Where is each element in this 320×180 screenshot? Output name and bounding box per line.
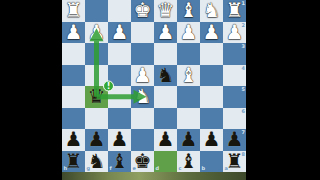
square-c3[interactable] (177, 43, 200, 65)
piece-black-king-e8[interactable]: ♚ (131, 151, 154, 173)
square-b5[interactable] (200, 86, 223, 108)
square-e7[interactable] (131, 129, 154, 151)
piece-black-bishop-f8[interactable]: ♝ (108, 151, 131, 173)
square-f6[interactable] (108, 108, 131, 130)
piece-white-rook-h1[interactable]: ♜ (62, 0, 85, 22)
square-d5[interactable] (154, 86, 177, 108)
square-e3[interactable] (131, 43, 154, 65)
square-f4[interactable] (108, 65, 131, 87)
square-f3[interactable] (108, 43, 131, 65)
square-g1[interactable] (85, 0, 108, 22)
piece-black-knight-d4[interactable]: ♞ (154, 65, 177, 87)
square-h5[interactable] (62, 86, 85, 108)
file-label-d: d (156, 166, 160, 171)
background-scenery (62, 172, 246, 180)
square-f5[interactable] (108, 86, 131, 108)
letterbox-left (0, 0, 62, 180)
square-e6[interactable] (131, 108, 154, 130)
rank-label-3: 3 (242, 44, 245, 49)
square-a4[interactable]: 4 (223, 65, 246, 87)
square-g6[interactable] (85, 108, 108, 130)
square-b8[interactable]: b (200, 151, 223, 173)
square-e2[interactable] (131, 22, 154, 44)
square-g3[interactable] (85, 43, 108, 65)
piece-white-pawn-h2[interactable]: ♟ (62, 22, 85, 44)
piece-white-bishop-c4[interactable]: ♝ (177, 65, 200, 87)
rank-label-6: 6 (242, 109, 245, 114)
piece-white-knight-e5[interactable]: ♞ (131, 86, 154, 108)
board-area: 1234567hgfedcb8a♜♚♛♝♞♜♟♟♟♟♟♟♟♟♝♞♛♞♟♟♟♟♟♟… (62, 0, 246, 172)
file-label-b: b (202, 166, 206, 171)
piece-black-pawn-f7[interactable]: ♟ (108, 129, 131, 151)
piece-white-queen-d1[interactable]: ♛ (154, 0, 177, 22)
piece-black-pawn-c7[interactable]: ♟ (177, 129, 200, 151)
piece-white-pawn-g2[interactable]: ♟ (85, 22, 108, 44)
piece-black-knight-g8[interactable]: ♞ (85, 151, 108, 173)
square-c5[interactable] (177, 86, 200, 108)
video-frame: 1234567hgfedcb8a♜♚♛♝♞♜♟♟♟♟♟♟♟♟♝♞♛♞♟♟♟♟♟♟… (0, 0, 320, 180)
piece-white-pawn-a2[interactable]: ♟ (223, 22, 246, 44)
square-d3[interactable] (154, 43, 177, 65)
piece-black-rook-a8[interactable]: ♜ (223, 151, 246, 173)
square-f1[interactable] (108, 0, 131, 22)
piece-black-bishop-c8[interactable]: ♝ (177, 151, 200, 173)
piece-black-pawn-a7[interactable]: ♟ (223, 129, 246, 151)
piece-black-pawn-h7[interactable]: ♟ (62, 129, 85, 151)
piece-black-pawn-g7[interactable]: ♟ (85, 129, 108, 151)
piece-black-pawn-b7[interactable]: ♟ (200, 129, 223, 151)
square-b4[interactable] (200, 65, 223, 87)
piece-white-pawn-e4[interactable]: ♟ (131, 65, 154, 87)
piece-white-pawn-d2[interactable]: ♟ (154, 22, 177, 44)
rank-label-4: 4 (242, 66, 245, 71)
piece-black-pawn-d7[interactable]: ♟ (154, 129, 177, 151)
piece-white-bishop-c1[interactable]: ♝ (177, 0, 200, 22)
square-h3[interactable] (62, 43, 85, 65)
piece-black-rook-h8[interactable]: ♜ (62, 151, 85, 173)
piece-white-pawn-c2[interactable]: ♟ (177, 22, 200, 44)
piece-black-queen-g5[interactable]: ♛ (85, 86, 108, 108)
square-c6[interactable] (177, 108, 200, 130)
square-b6[interactable] (200, 108, 223, 130)
square-d8[interactable]: d (154, 151, 177, 173)
piece-white-rook-a1[interactable]: ♜ (223, 0, 246, 22)
letterbox-right (246, 0, 320, 180)
square-a5[interactable]: 5 (223, 86, 246, 108)
piece-white-pawn-b2[interactable]: ♟ (200, 22, 223, 44)
square-d6[interactable] (154, 108, 177, 130)
piece-white-king-e1[interactable]: ♚ (131, 0, 154, 22)
square-h6[interactable] (62, 108, 85, 130)
square-a3[interactable]: 3 (223, 43, 246, 65)
piece-white-pawn-f2[interactable]: ♟ (108, 22, 131, 44)
square-h4[interactable] (62, 65, 85, 87)
piece-white-knight-b1[interactable]: ♞ (200, 0, 223, 22)
rank-label-5: 5 (242, 87, 245, 92)
chess-board: 1234567hgfedcb8a♜♚♛♝♞♜♟♟♟♟♟♟♟♟♝♞♛♞♟♟♟♟♟♟… (62, 0, 246, 172)
square-b3[interactable] (200, 43, 223, 65)
square-a6[interactable]: 6 (223, 108, 246, 130)
square-g4[interactable] (85, 65, 108, 87)
